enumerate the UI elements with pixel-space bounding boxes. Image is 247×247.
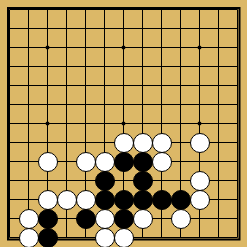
intersection[interactable] — [171, 57, 190, 76]
intersection[interactable] — [19, 38, 38, 57]
intersection[interactable] — [228, 57, 247, 76]
intersection[interactable] — [38, 38, 57, 57]
intersection[interactable] — [228, 95, 247, 114]
intersection[interactable] — [190, 95, 209, 114]
intersection[interactable] — [228, 114, 247, 133]
intersection[interactable] — [114, 209, 133, 228]
intersection[interactable] — [209, 57, 228, 76]
stone-white — [76, 152, 96, 172]
intersection[interactable] — [95, 0, 114, 19]
intersection[interactable] — [0, 209, 19, 228]
intersection[interactable] — [114, 152, 133, 171]
intersection[interactable] — [190, 152, 209, 171]
intersection[interactable] — [209, 95, 228, 114]
intersection[interactable] — [0, 171, 19, 190]
stone-white — [57, 190, 77, 210]
intersection[interactable] — [0, 114, 19, 133]
intersection[interactable] — [228, 209, 247, 228]
intersection[interactable] — [152, 209, 171, 228]
intersection[interactable] — [228, 190, 247, 209]
intersection[interactable] — [228, 171, 247, 190]
intersection[interactable] — [152, 95, 171, 114]
intersection[interactable] — [114, 171, 133, 190]
stone-black — [114, 190, 134, 210]
intersection[interactable] — [95, 209, 114, 228]
intersection[interactable] — [38, 19, 57, 38]
intersection[interactable] — [76, 209, 95, 228]
intersection[interactable] — [228, 228, 247, 247]
intersection[interactable] — [57, 76, 76, 95]
stone-white — [38, 152, 58, 172]
intersection[interactable] — [114, 19, 133, 38]
intersection[interactable] — [57, 209, 76, 228]
intersection[interactable] — [95, 190, 114, 209]
intersection[interactable] — [76, 171, 95, 190]
intersection[interactable] — [152, 19, 171, 38]
intersection[interactable] — [0, 133, 19, 152]
intersection[interactable] — [133, 0, 152, 19]
intersection[interactable] — [0, 57, 19, 76]
intersection[interactable] — [190, 209, 209, 228]
intersection[interactable] — [0, 0, 19, 19]
intersection[interactable] — [114, 228, 133, 247]
intersection[interactable] — [171, 228, 190, 247]
intersection[interactable] — [57, 0, 76, 19]
intersection[interactable] — [190, 76, 209, 95]
intersection[interactable] — [19, 76, 38, 95]
intersection[interactable] — [190, 133, 209, 152]
intersection[interactable] — [209, 228, 228, 247]
intersection[interactable] — [209, 0, 228, 19]
intersection[interactable] — [38, 57, 57, 76]
stone-black — [38, 209, 58, 229]
intersection[interactable] — [76, 152, 95, 171]
intersection[interactable] — [0, 76, 19, 95]
stone-black — [133, 190, 153, 210]
intersection[interactable] — [19, 133, 38, 152]
intersection[interactable] — [171, 0, 190, 19]
stone-white — [19, 228, 39, 247]
intersection[interactable] — [95, 171, 114, 190]
intersection[interactable] — [152, 76, 171, 95]
intersection[interactable] — [152, 38, 171, 57]
intersection[interactable] — [133, 38, 152, 57]
stone-white — [95, 152, 115, 172]
intersection[interactable] — [76, 38, 95, 57]
stone-white — [114, 228, 134, 247]
intersection[interactable] — [228, 19, 247, 38]
intersection[interactable] — [19, 19, 38, 38]
intersection[interactable] — [228, 38, 247, 57]
intersection[interactable] — [0, 19, 19, 38]
intersection[interactable] — [152, 152, 171, 171]
intersection[interactable] — [133, 114, 152, 133]
intersection[interactable] — [171, 76, 190, 95]
intersection[interactable] — [114, 76, 133, 95]
intersection[interactable] — [76, 76, 95, 95]
intersection[interactable] — [171, 95, 190, 114]
intersection[interactable] — [209, 133, 228, 152]
intersection[interactable] — [19, 57, 38, 76]
intersection[interactable] — [190, 38, 209, 57]
intersection[interactable] — [133, 57, 152, 76]
intersection[interactable] — [209, 38, 228, 57]
intersection[interactable] — [95, 19, 114, 38]
stone-black — [38, 228, 58, 247]
intersection[interactable] — [171, 114, 190, 133]
intersection[interactable] — [114, 0, 133, 19]
intersection[interactable] — [57, 19, 76, 38]
intersection[interactable] — [57, 38, 76, 57]
intersection[interactable] — [209, 76, 228, 95]
stone-black — [114, 152, 134, 172]
intersection[interactable] — [38, 95, 57, 114]
intersection[interactable] — [57, 171, 76, 190]
intersection[interactable] — [171, 38, 190, 57]
intersection[interactable] — [57, 114, 76, 133]
intersection[interactable] — [0, 228, 19, 247]
stone-black — [95, 171, 115, 191]
intersection[interactable] — [76, 57, 95, 76]
intersection[interactable] — [114, 95, 133, 114]
stone-black — [133, 171, 153, 191]
intersection[interactable] — [95, 38, 114, 57]
stone-white — [114, 133, 134, 153]
intersection[interactable] — [171, 209, 190, 228]
intersection[interactable] — [114, 133, 133, 152]
intersection[interactable] — [114, 114, 133, 133]
stone-white — [19, 209, 39, 229]
intersection[interactable] — [171, 190, 190, 209]
intersection[interactable] — [38, 228, 57, 247]
intersection[interactable] — [76, 19, 95, 38]
intersection[interactable] — [38, 152, 57, 171]
intersection[interactable] — [133, 19, 152, 38]
intersection[interactable] — [19, 209, 38, 228]
intersection[interactable] — [209, 114, 228, 133]
intersection[interactable] — [0, 38, 19, 57]
intersection[interactable] — [19, 190, 38, 209]
intersection[interactable] — [114, 57, 133, 76]
intersection[interactable] — [152, 114, 171, 133]
stone-white — [152, 133, 172, 153]
intersection[interactable] — [76, 228, 95, 247]
intersection[interactable] — [190, 0, 209, 19]
intersection[interactable] — [95, 114, 114, 133]
stone-white — [95, 228, 115, 247]
intersection[interactable] — [171, 19, 190, 38]
intersection[interactable] — [95, 57, 114, 76]
intersection[interactable] — [133, 228, 152, 247]
intersection[interactable] — [171, 171, 190, 190]
intersection[interactable] — [19, 114, 38, 133]
intersection[interactable] — [95, 133, 114, 152]
intersection[interactable] — [133, 95, 152, 114]
intersection[interactable] — [228, 133, 247, 152]
intersection[interactable] — [38, 76, 57, 95]
intersection[interactable] — [133, 171, 152, 190]
intersection[interactable] — [57, 133, 76, 152]
intersection[interactable] — [57, 95, 76, 114]
intersection[interactable] — [171, 152, 190, 171]
stone-black — [171, 190, 191, 210]
intersection[interactable] — [133, 76, 152, 95]
go-board[interactable] — [0, 0, 247, 247]
intersection[interactable] — [0, 95, 19, 114]
go-board-screenshot — [0, 0, 247, 247]
intersection[interactable] — [114, 38, 133, 57]
intersection[interactable] — [152, 57, 171, 76]
intersection[interactable] — [190, 57, 209, 76]
intersection[interactable] — [95, 228, 114, 247]
intersection[interactable] — [152, 171, 171, 190]
intersection[interactable] — [133, 190, 152, 209]
intersection[interactable] — [19, 152, 38, 171]
intersection[interactable] — [38, 0, 57, 19]
intersection[interactable] — [76, 133, 95, 152]
intersection[interactable] — [19, 171, 38, 190]
intersection[interactable] — [38, 133, 57, 152]
intersection[interactable] — [190, 114, 209, 133]
intersection[interactable] — [95, 76, 114, 95]
intersection[interactable] — [133, 133, 152, 152]
intersection[interactable] — [57, 152, 76, 171]
intersection[interactable] — [76, 190, 95, 209]
intersection[interactable] — [228, 0, 247, 19]
intersection[interactable] — [228, 76, 247, 95]
stone-black — [133, 152, 153, 172]
stone-black — [76, 209, 96, 229]
intersection[interactable] — [76, 95, 95, 114]
intersection[interactable] — [152, 133, 171, 152]
intersection[interactable] — [38, 114, 57, 133]
stone-white — [133, 133, 153, 153]
intersection[interactable] — [190, 190, 209, 209]
intersection[interactable] — [152, 0, 171, 19]
intersection[interactable] — [228, 152, 247, 171]
intersection[interactable] — [19, 228, 38, 247]
intersection[interactable] — [38, 171, 57, 190]
intersection[interactable] — [209, 152, 228, 171]
stone-white — [190, 133, 210, 153]
stone-white — [76, 190, 96, 210]
stone-white — [190, 190, 210, 210]
stone-white — [152, 152, 172, 172]
stone-black — [152, 190, 172, 210]
intersection[interactable] — [0, 190, 19, 209]
intersection[interactable] — [190, 19, 209, 38]
intersection[interactable] — [152, 228, 171, 247]
intersection[interactable] — [209, 171, 228, 190]
intersection[interactable] — [19, 0, 38, 19]
stone-white — [133, 209, 153, 229]
intersection[interactable] — [209, 19, 228, 38]
intersection[interactable] — [95, 95, 114, 114]
stone-black — [114, 209, 134, 229]
intersection[interactable] — [209, 190, 228, 209]
stone-white — [95, 209, 115, 229]
intersection[interactable] — [209, 209, 228, 228]
intersection[interactable] — [57, 190, 76, 209]
intersection[interactable] — [190, 228, 209, 247]
stone-white — [38, 190, 58, 210]
intersection[interactable] — [38, 190, 57, 209]
intersection[interactable] — [19, 95, 38, 114]
intersection[interactable] — [114, 190, 133, 209]
stone-white — [190, 171, 210, 191]
intersection[interactable] — [152, 190, 171, 209]
intersection[interactable] — [171, 133, 190, 152]
stone-black — [95, 190, 115, 210]
intersection[interactable] — [57, 57, 76, 76]
intersection[interactable] — [133, 209, 152, 228]
intersection[interactable] — [95, 152, 114, 171]
stone-white — [171, 209, 191, 229]
intersection[interactable] — [76, 114, 95, 133]
intersection[interactable] — [190, 171, 209, 190]
intersection[interactable] — [0, 152, 19, 171]
intersection[interactable] — [133, 152, 152, 171]
intersection[interactable] — [57, 228, 76, 247]
intersection[interactable] — [76, 0, 95, 19]
intersection[interactable] — [38, 209, 57, 228]
